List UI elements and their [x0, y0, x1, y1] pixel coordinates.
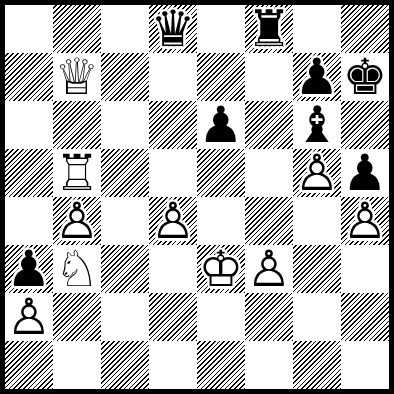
- white-queen-b7[interactable]: ♛♕: [53, 53, 101, 101]
- square-e1[interactable]: [197, 341, 245, 389]
- square-a1[interactable]: [5, 341, 53, 389]
- square-f3[interactable]: ♟♙: [245, 245, 293, 293]
- square-c6[interactable]: [101, 101, 149, 149]
- square-b4[interactable]: ♟♙: [53, 197, 101, 245]
- piece-glyph: ♟: [293, 53, 341, 101]
- piece-glyph: ♛: [149, 5, 197, 53]
- piece-glyph: ♜: [245, 5, 293, 53]
- black-bishop-g6[interactable]: ♝♝: [293, 101, 341, 149]
- square-f2[interactable]: [245, 293, 293, 341]
- white-pawn-a2[interactable]: ♟♙: [5, 293, 53, 341]
- square-g7[interactable]: ♟♟: [293, 53, 341, 101]
- square-g4[interactable]: [293, 197, 341, 245]
- square-e5[interactable]: [197, 149, 245, 197]
- white-knight-b3[interactable]: ♞♘: [53, 245, 101, 293]
- square-e7[interactable]: [197, 53, 245, 101]
- chess-board-frame: ♛♛♜♜♛♕♟♟♚♚♟♟♝♝♜♖♟♙♟♟♟♙♟♙♟♙♟♟♞♘♚♔♟♙♟♙: [0, 0, 394, 394]
- square-d7[interactable]: [149, 53, 197, 101]
- piece-glyph: ♟: [5, 245, 53, 293]
- square-f7[interactable]: [245, 53, 293, 101]
- square-d2[interactable]: [149, 293, 197, 341]
- white-rook-b5[interactable]: ♜♖: [53, 149, 101, 197]
- chess-board: ♛♛♜♜♛♕♟♟♚♚♟♟♝♝♜♖♟♙♟♟♟♙♟♙♟♙♟♟♞♘♚♔♟♙♟♙: [5, 5, 389, 389]
- square-a7[interactable]: [5, 53, 53, 101]
- square-d4[interactable]: ♟♙: [149, 197, 197, 245]
- black-rook-f8[interactable]: ♜♜: [245, 5, 293, 53]
- square-g6[interactable]: ♝♝: [293, 101, 341, 149]
- white-pawn-g5[interactable]: ♟♙: [293, 149, 341, 197]
- square-e4[interactable]: [197, 197, 245, 245]
- square-b5[interactable]: ♜♖: [53, 149, 101, 197]
- square-f5[interactable]: [245, 149, 293, 197]
- square-d6[interactable]: [149, 101, 197, 149]
- black-pawn-a3[interactable]: ♟♟: [5, 245, 53, 293]
- black-king-h7[interactable]: ♚♚: [341, 53, 389, 101]
- square-h7[interactable]: ♚♚: [341, 53, 389, 101]
- square-a3[interactable]: ♟♟: [5, 245, 53, 293]
- square-b3[interactable]: ♞♘: [53, 245, 101, 293]
- square-h6[interactable]: [341, 101, 389, 149]
- piece-glyph: ♔: [197, 245, 245, 293]
- square-e2[interactable]: [197, 293, 245, 341]
- black-pawn-g7[interactable]: ♟♟: [293, 53, 341, 101]
- piece-glyph: ♙: [245, 245, 293, 293]
- square-a8[interactable]: [5, 5, 53, 53]
- square-a2[interactable]: ♟♙: [5, 293, 53, 341]
- square-c1[interactable]: [101, 341, 149, 389]
- square-b1[interactable]: [53, 341, 101, 389]
- square-g8[interactable]: [293, 5, 341, 53]
- square-h3[interactable]: [341, 245, 389, 293]
- square-e6[interactable]: ♟♟: [197, 101, 245, 149]
- square-b6[interactable]: [53, 101, 101, 149]
- square-c5[interactable]: [101, 149, 149, 197]
- square-d3[interactable]: [149, 245, 197, 293]
- piece-glyph: ♙: [53, 197, 101, 245]
- square-b2[interactable]: [53, 293, 101, 341]
- square-g1[interactable]: [293, 341, 341, 389]
- square-c8[interactable]: [101, 5, 149, 53]
- piece-glyph: ♟: [197, 101, 245, 149]
- square-c4[interactable]: [101, 197, 149, 245]
- piece-glyph: ♟: [341, 149, 389, 197]
- square-h2[interactable]: [341, 293, 389, 341]
- white-king-e3[interactable]: ♚♔: [197, 245, 245, 293]
- square-f1[interactable]: [245, 341, 293, 389]
- piece-glyph: ♙: [5, 293, 53, 341]
- white-pawn-h4[interactable]: ♟♙: [341, 197, 389, 245]
- square-c2[interactable]: [101, 293, 149, 341]
- square-a6[interactable]: [5, 101, 53, 149]
- black-pawn-e6[interactable]: ♟♟: [197, 101, 245, 149]
- piece-glyph: ♖: [53, 149, 101, 197]
- square-f8[interactable]: ♜♜: [245, 5, 293, 53]
- piece-glyph: ♘: [53, 245, 101, 293]
- square-d5[interactable]: [149, 149, 197, 197]
- square-f4[interactable]: [245, 197, 293, 245]
- square-b7[interactable]: ♛♕: [53, 53, 101, 101]
- piece-glyph: ♝: [293, 101, 341, 149]
- square-h8[interactable]: [341, 5, 389, 53]
- square-a5[interactable]: [5, 149, 53, 197]
- piece-glyph: ♙: [341, 197, 389, 245]
- square-h1[interactable]: [341, 341, 389, 389]
- square-g5[interactable]: ♟♙: [293, 149, 341, 197]
- black-queen-d8[interactable]: ♛♛: [149, 5, 197, 53]
- square-c7[interactable]: [101, 53, 149, 101]
- piece-glyph: ♚: [341, 53, 389, 101]
- square-g3[interactable]: [293, 245, 341, 293]
- square-h5[interactable]: ♟♟: [341, 149, 389, 197]
- white-pawn-f3[interactable]: ♟♙: [245, 245, 293, 293]
- square-e3[interactable]: ♚♔: [197, 245, 245, 293]
- square-d8[interactable]: ♛♛: [149, 5, 197, 53]
- black-pawn-h5[interactable]: ♟♟: [341, 149, 389, 197]
- white-pawn-d4[interactable]: ♟♙: [149, 197, 197, 245]
- white-pawn-b4[interactable]: ♟♙: [53, 197, 101, 245]
- piece-glyph: ♕: [53, 53, 101, 101]
- square-a4[interactable]: [5, 197, 53, 245]
- square-d1[interactable]: [149, 341, 197, 389]
- square-f6[interactable]: [245, 101, 293, 149]
- piece-glyph: ♙: [293, 149, 341, 197]
- piece-glyph: ♙: [149, 197, 197, 245]
- square-e8[interactable]: [197, 5, 245, 53]
- square-b8[interactable]: [53, 5, 101, 53]
- square-g2[interactable]: [293, 293, 341, 341]
- square-h4[interactable]: ♟♙: [341, 197, 389, 245]
- square-c3[interactable]: [101, 245, 149, 293]
